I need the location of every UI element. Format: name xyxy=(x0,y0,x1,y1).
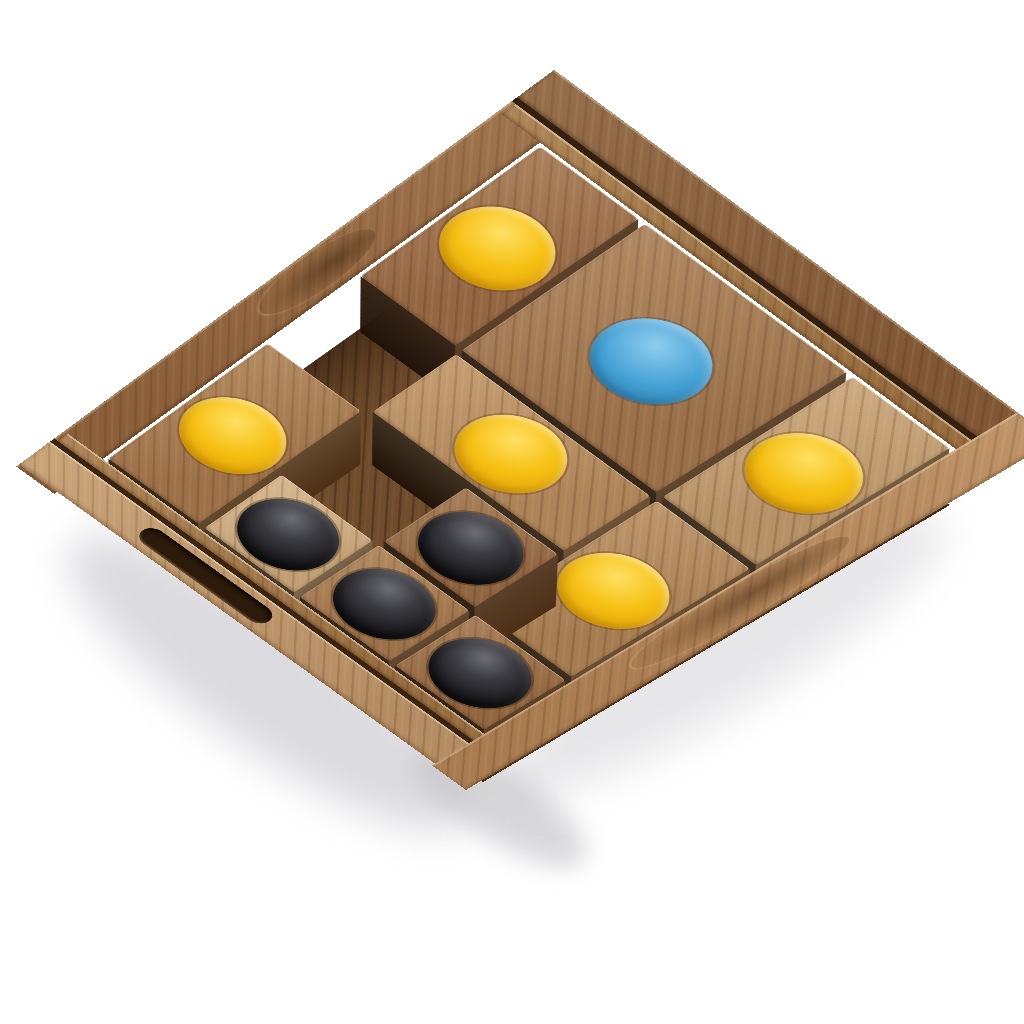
blue-dot xyxy=(565,300,738,421)
product-photo-scene xyxy=(0,0,1024,1024)
